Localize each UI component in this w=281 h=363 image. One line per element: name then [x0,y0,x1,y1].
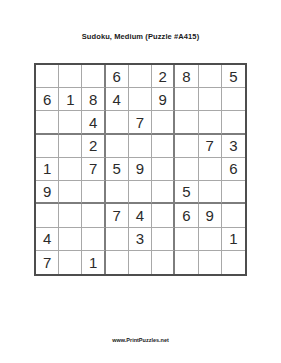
sudoku-cell-r8c8 [199,228,222,251]
sudoku-cell-r8c7 [175,228,198,251]
sudoku-cell-r8c2 [59,228,82,251]
sudoku-cell-r7c6 [152,204,175,227]
sudoku-cell-r1c6: 2 [152,65,175,88]
sudoku-cell-r9c5 [129,251,152,274]
sudoku-cell-r5c1: 1 [36,158,59,181]
sudoku-cell-r9c9 [222,251,245,274]
sudoku-cell-r1c1 [36,65,59,88]
sudoku-cell-r6c3 [82,181,105,204]
sudoku-cell-r3c7 [175,111,198,134]
sudoku-cell-r7c9 [222,204,245,227]
sudoku-cell-r3c6 [152,111,175,134]
sudoku-cell-r3c8 [199,111,222,134]
sudoku-cell-r4c6 [152,135,175,158]
sudoku-cell-r6c5 [129,181,152,204]
sudoku-cell-r4c5 [129,135,152,158]
sudoku-cell-r7c7: 6 [175,204,198,227]
sudoku-cell-r9c3: 1 [82,251,105,274]
sudoku-cell-r4c8: 7 [199,135,222,158]
sudoku-cell-r6c7: 5 [175,181,198,204]
sudoku-cell-r9c4 [106,251,129,274]
sudoku-cell-r2c7 [175,88,198,111]
footer-url: www.PrintPuzzles.net [0,337,281,343]
sudoku-cell-r4c9: 3 [222,135,245,158]
sudoku-cell-r6c4 [106,181,129,204]
sudoku-cell-r4c1 [36,135,59,158]
sudoku-cell-r5c9: 6 [222,158,245,181]
sudoku-cell-r7c4: 7 [106,204,129,227]
sudoku-cell-r8c6 [152,228,175,251]
sudoku-cell-r5c5: 9 [129,158,152,181]
puzzle-title: Sudoku, Medium (Puzzle #A415) [0,32,281,41]
sudoku-cell-r8c1: 4 [36,228,59,251]
sudoku-cell-r6c9 [222,181,245,204]
sudoku-cell-r3c5: 7 [129,111,152,134]
sudoku-cell-r9c1: 7 [36,251,59,274]
puzzle-page: Sudoku, Medium (Puzzle #A415) 6285618494… [0,0,281,363]
sudoku-cell-r6c6 [152,181,175,204]
sudoku-cell-r3c4 [106,111,129,134]
sudoku-board: 628561849472731759695746943171 [34,63,247,276]
sudoku-cell-r2c6: 9 [152,88,175,111]
sudoku-cell-r7c2 [59,204,82,227]
sudoku-cell-r3c9 [222,111,245,134]
sudoku-cell-r5c8 [199,158,222,181]
sudoku-cell-r5c6 [152,158,175,181]
sudoku-cell-r2c5 [129,88,152,111]
sudoku-cell-r7c5: 4 [129,204,152,227]
sudoku-cell-r1c7: 8 [175,65,198,88]
sudoku-cell-r1c2 [59,65,82,88]
sudoku-cell-r2c2: 1 [59,88,82,111]
sudoku-cell-r8c9: 1 [222,228,245,251]
sudoku-cell-r1c9: 5 [222,65,245,88]
sudoku-cell-r9c6 [152,251,175,274]
sudoku-cell-r9c8 [199,251,222,274]
sudoku-cell-r4c2 [59,135,82,158]
sudoku-cell-r2c4: 4 [106,88,129,111]
sudoku-cell-r8c4 [106,228,129,251]
sudoku-cell-r6c8 [199,181,222,204]
sudoku-cell-r8c5: 3 [129,228,152,251]
sudoku-cell-r8c3 [82,228,105,251]
sudoku-cell-r3c3: 4 [82,111,105,134]
sudoku-cell-r6c2 [59,181,82,204]
sudoku-cell-r1c5 [129,65,152,88]
sudoku-cell-r5c2 [59,158,82,181]
sudoku-cell-r5c4: 5 [106,158,129,181]
sudoku-cell-r1c3 [82,65,105,88]
sudoku-cell-r5c7 [175,158,198,181]
sudoku-cell-r7c1 [36,204,59,227]
sudoku-cell-r3c1 [36,111,59,134]
sudoku-cell-r2c1: 6 [36,88,59,111]
sudoku-cell-r1c4: 6 [106,65,129,88]
sudoku-cell-r7c3 [82,204,105,227]
sudoku-cell-r4c7 [175,135,198,158]
sudoku-cell-r1c8 [199,65,222,88]
sudoku-cell-r7c8: 9 [199,204,222,227]
sudoku-cell-r2c8 [199,88,222,111]
sudoku-cell-r4c3: 2 [82,135,105,158]
sudoku-cell-r6c1: 9 [36,181,59,204]
sudoku-cell-r4c4 [106,135,129,158]
sudoku-cell-r3c2 [59,111,82,134]
sudoku-cell-r2c3: 8 [82,88,105,111]
sudoku-cell-r9c7 [175,251,198,274]
sudoku-cell-r5c3: 7 [82,158,105,181]
sudoku-cell-r2c9 [222,88,245,111]
sudoku-cell-r9c2 [59,251,82,274]
